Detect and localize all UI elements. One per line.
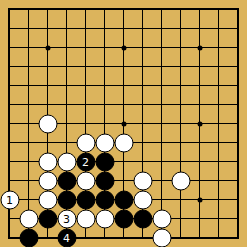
stone-black[interactable]: 4: [57, 228, 76, 247]
stone-white[interactable]: [38, 114, 57, 133]
stone-black[interactable]: [19, 228, 38, 247]
stone-white[interactable]: [57, 152, 76, 171]
stone-black[interactable]: [95, 152, 114, 171]
move-number-label: 1: [6, 194, 13, 205]
stone-white[interactable]: [171, 171, 190, 190]
stone-white[interactable]: [152, 209, 171, 228]
stone-white[interactable]: [133, 190, 152, 209]
stone-black[interactable]: [95, 190, 114, 209]
go-diagram: 2134: [0, 0, 247, 247]
stone-white[interactable]: [38, 152, 57, 171]
star-point: [197, 121, 202, 126]
stone-white[interactable]: [152, 228, 171, 247]
move-number-label: 3: [63, 213, 70, 224]
stone-white[interactable]: 1: [0, 190, 19, 209]
stone-black[interactable]: [57, 190, 76, 209]
star-point: [121, 121, 126, 126]
stone-white[interactable]: [95, 209, 114, 228]
stone-white[interactable]: [38, 190, 57, 209]
stone-white[interactable]: [133, 171, 152, 190]
star-point: [197, 45, 202, 50]
stone-white[interactable]: [76, 171, 95, 190]
grid-line-vertical: [218, 10, 219, 238]
stone-white[interactable]: [114, 133, 133, 152]
star-point: [121, 45, 126, 50]
stone-black[interactable]: [76, 190, 95, 209]
stone-black[interactable]: [133, 209, 152, 228]
move-number-label: 4: [63, 232, 70, 243]
grid-line-vertical: [161, 10, 162, 238]
stone-white[interactable]: [19, 209, 38, 228]
go-board[interactable]: 2134: [0, 0, 247, 247]
stone-black[interactable]: [95, 171, 114, 190]
stone-white[interactable]: [76, 133, 95, 152]
stone-white[interactable]: 3: [57, 209, 76, 228]
stone-white[interactable]: [38, 171, 57, 190]
stone-white[interactable]: [95, 133, 114, 152]
stone-black[interactable]: [114, 190, 133, 209]
star-point: [45, 45, 50, 50]
stone-black[interactable]: 2: [76, 152, 95, 171]
grid-line-vertical: [180, 10, 181, 238]
stone-black[interactable]: [114, 209, 133, 228]
stone-black[interactable]: [38, 209, 57, 228]
stone-white[interactable]: [76, 209, 95, 228]
stone-black[interactable]: [57, 171, 76, 190]
move-number-label: 2: [82, 156, 89, 167]
star-point: [197, 197, 202, 202]
